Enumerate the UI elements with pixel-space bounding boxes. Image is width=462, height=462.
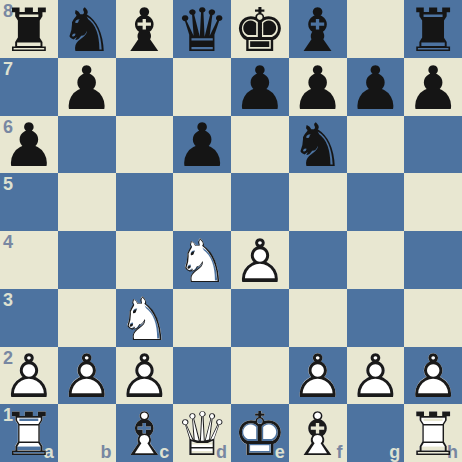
piece-glyph-outline: ♙ [116, 348, 174, 406]
square-e1[interactable]: e♚♔ [231, 404, 289, 462]
square-h3[interactable] [404, 289, 462, 347]
square-d2[interactable] [173, 347, 231, 405]
piece-black-bishop[interactable]: ♝ [116, 0, 174, 58]
square-d1[interactable]: d♛♕ [173, 404, 231, 462]
square-c4[interactable] [116, 231, 174, 289]
piece-white-rook[interactable]: ♜♖ [404, 404, 462, 462]
piece-glyph-outline: ♕ [173, 405, 231, 462]
square-f5[interactable] [289, 173, 347, 231]
piece-black-knight[interactable]: ♞ [58, 0, 116, 58]
square-c7[interactable] [116, 58, 174, 116]
square-a4[interactable]: 4 [0, 231, 58, 289]
piece-white-pawn[interactable]: ♟♙ [347, 347, 405, 405]
piece-glyph-outline: ♙ [347, 348, 405, 406]
square-g1[interactable]: g [347, 404, 405, 462]
square-e8[interactable]: ♚ [231, 0, 289, 58]
piece-black-pawn[interactable]: ♟ [404, 58, 462, 116]
square-h4[interactable] [404, 231, 462, 289]
square-b5[interactable] [58, 173, 116, 231]
piece-black-pawn[interactable]: ♟ [173, 116, 231, 174]
square-c2[interactable]: ♟♙ [116, 347, 174, 405]
square-e2[interactable] [231, 347, 289, 405]
piece-glyph-fill: ♜ [404, 1, 462, 59]
square-e4[interactable]: ♟♙ [231, 231, 289, 289]
square-g3[interactable] [347, 289, 405, 347]
square-h5[interactable] [404, 173, 462, 231]
square-f8[interactable]: ♝ [289, 0, 347, 58]
piece-glyph-fill: ♟ [58, 59, 116, 117]
piece-glyph-outline: ♖ [404, 405, 462, 462]
piece-glyph-outline: ♙ [289, 348, 347, 406]
piece-glyph-fill: ♟ [347, 59, 405, 117]
square-c5[interactable] [116, 173, 174, 231]
piece-glyph-outline: ♙ [0, 348, 58, 406]
square-b1[interactable]: b [58, 404, 116, 462]
square-e6[interactable] [231, 116, 289, 174]
square-d3[interactable] [173, 289, 231, 347]
piece-white-bishop[interactable]: ♝♗ [116, 404, 174, 462]
square-d8[interactable]: ♛ [173, 0, 231, 58]
square-a6[interactable]: 6♟ [0, 116, 58, 174]
piece-white-knight[interactable]: ♞♘ [116, 289, 174, 347]
square-c3[interactable]: ♞♘ [116, 289, 174, 347]
piece-white-pawn[interactable]: ♟♙ [0, 347, 58, 405]
piece-glyph-fill: ♞ [58, 1, 116, 59]
piece-black-queen[interactable]: ♛ [173, 0, 231, 58]
square-b4[interactable] [58, 231, 116, 289]
piece-glyph-fill: ♝ [289, 1, 347, 59]
square-a3[interactable]: 3 [0, 289, 58, 347]
square-f7[interactable]: ♟ [289, 58, 347, 116]
square-h8[interactable]: ♜ [404, 0, 462, 58]
file-label: g [389, 443, 400, 461]
piece-black-pawn[interactable]: ♟ [231, 58, 289, 116]
chess-board: 8♜♞♝♛♚♝♜7♟♟♟♟♟6♟♟♞54♞♘♟♙3♞♘2♟♙♟♙♟♙♟♙♟♙♟♙… [0, 0, 462, 462]
square-e3[interactable] [231, 289, 289, 347]
rank-label: 3 [3, 291, 13, 309]
piece-glyph-fill: ♚ [231, 1, 289, 59]
piece-glyph-fill: ♟ [173, 117, 231, 175]
piece-white-pawn[interactable]: ♟♙ [231, 231, 289, 289]
piece-black-pawn[interactable]: ♟ [0, 116, 58, 174]
square-f3[interactable] [289, 289, 347, 347]
piece-white-bishop[interactable]: ♝♗ [289, 404, 347, 462]
piece-glyph-outline: ♗ [116, 405, 174, 462]
square-a8[interactable]: 8♜ [0, 0, 58, 58]
piece-black-rook[interactable]: ♜ [404, 0, 462, 58]
piece-glyph-fill: ♟ [231, 59, 289, 117]
square-c1[interactable]: c♝♗ [116, 404, 174, 462]
piece-glyph-outline: ♗ [289, 405, 347, 462]
square-g5[interactable] [347, 173, 405, 231]
square-g4[interactable] [347, 231, 405, 289]
square-h2[interactable]: ♟♙ [404, 347, 462, 405]
square-f6[interactable]: ♞ [289, 116, 347, 174]
piece-glyph-fill: ♛ [173, 1, 231, 59]
piece-black-king[interactable]: ♚ [231, 0, 289, 58]
piece-white-knight[interactable]: ♞♘ [173, 231, 231, 289]
square-a2[interactable]: 2♟♙ [0, 347, 58, 405]
square-b8[interactable]: ♞ [58, 0, 116, 58]
square-b2[interactable]: ♟♙ [58, 347, 116, 405]
square-e7[interactable]: ♟ [231, 58, 289, 116]
file-label: b [101, 443, 112, 461]
piece-white-pawn[interactable]: ♟♙ [116, 347, 174, 405]
square-a1[interactable]: 1a♜♖ [0, 404, 58, 462]
piece-white-rook[interactable]: ♜♖ [0, 404, 58, 462]
piece-black-pawn[interactable]: ♟ [58, 58, 116, 116]
piece-glyph-outline: ♖ [0, 405, 58, 462]
square-g8[interactable] [347, 0, 405, 58]
piece-black-bishop[interactable]: ♝ [289, 0, 347, 58]
square-b6[interactable] [58, 116, 116, 174]
piece-white-king[interactable]: ♚♔ [231, 404, 289, 462]
piece-glyph-fill: ♟ [404, 59, 462, 117]
piece-black-rook[interactable]: ♜ [0, 0, 58, 58]
piece-glyph-outline: ♘ [116, 290, 174, 348]
square-f2[interactable]: ♟♙ [289, 347, 347, 405]
piece-black-knight[interactable]: ♞ [289, 116, 347, 174]
square-a7[interactable]: 7 [0, 58, 58, 116]
rank-label: 4 [3, 233, 13, 251]
piece-glyph-outline: ♙ [404, 348, 462, 406]
square-f1[interactable]: f♝♗ [289, 404, 347, 462]
square-d6[interactable]: ♟ [173, 116, 231, 174]
piece-black-pawn[interactable]: ♟ [347, 58, 405, 116]
piece-glyph-fill: ♝ [116, 1, 174, 59]
square-h1[interactable]: h♜♖ [404, 404, 462, 462]
square-c8[interactable]: ♝ [116, 0, 174, 58]
square-h7[interactable]: ♟ [404, 58, 462, 116]
square-d7[interactable] [173, 58, 231, 116]
piece-white-queen[interactable]: ♛♕ [173, 404, 231, 462]
piece-white-pawn[interactable]: ♟♙ [404, 347, 462, 405]
piece-glyph-outline: ♘ [173, 232, 231, 290]
square-a5[interactable]: 5 [0, 173, 58, 231]
square-g2[interactable]: ♟♙ [347, 347, 405, 405]
square-e5[interactable] [231, 173, 289, 231]
piece-glyph-outline: ♙ [58, 348, 116, 406]
square-b3[interactable] [58, 289, 116, 347]
square-f4[interactable] [289, 231, 347, 289]
piece-glyph-fill: ♟ [0, 117, 58, 175]
piece-glyph-fill: ♟ [289, 59, 347, 117]
piece-glyph-fill: ♞ [289, 117, 347, 175]
square-g7[interactable]: ♟ [347, 58, 405, 116]
square-g6[interactable] [347, 116, 405, 174]
piece-black-pawn[interactable]: ♟ [289, 58, 347, 116]
piece-glyph-outline: ♔ [231, 405, 289, 462]
piece-white-pawn[interactable]: ♟♙ [289, 347, 347, 405]
square-h6[interactable] [404, 116, 462, 174]
square-b7[interactable]: ♟ [58, 58, 116, 116]
piece-white-pawn[interactable]: ♟♙ [58, 347, 116, 405]
piece-glyph-fill: ♜ [0, 1, 58, 59]
square-d4[interactable]: ♞♘ [173, 231, 231, 289]
square-c6[interactable] [116, 116, 174, 174]
square-d5[interactable] [173, 173, 231, 231]
piece-glyph-outline: ♙ [231, 232, 289, 290]
